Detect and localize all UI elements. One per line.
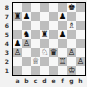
file-label-b: b xyxy=(22,76,31,86)
square-g7[interactable] xyxy=(67,12,76,21)
square-d4[interactable] xyxy=(40,39,49,48)
square-h5[interactable] xyxy=(76,30,85,39)
file-label-f: f xyxy=(58,76,67,86)
piece-black-king: ♚ xyxy=(68,3,76,12)
rank-label-3: 3 xyxy=(0,48,11,57)
chess-board: ♚♜♟♟♗♞♜♟♟♙♙♘♛♙♕♖♙♔ xyxy=(13,3,85,75)
square-h1[interactable] xyxy=(76,66,85,75)
square-h8[interactable] xyxy=(76,3,85,12)
file-label-g: g xyxy=(67,76,76,86)
piece-black-rook: ♜ xyxy=(41,30,49,39)
piece-white-rook: ♖ xyxy=(59,57,67,66)
square-e6[interactable] xyxy=(49,21,58,30)
square-c8[interactable] xyxy=(31,3,40,12)
square-a1[interactable] xyxy=(13,66,22,75)
square-e8[interactable] xyxy=(49,3,58,12)
square-g1[interactable]: ♔ xyxy=(67,66,76,75)
piece-white-queen: ♕ xyxy=(32,57,40,66)
square-d3[interactable]: ♘ xyxy=(40,48,49,57)
file-label-d: d xyxy=(40,76,49,86)
piece-white-pawn: ♙ xyxy=(68,48,76,57)
file-label-h: h xyxy=(76,76,85,86)
rank-label-2: 2 xyxy=(0,57,11,66)
piece-black-pawn: ♟ xyxy=(14,39,22,48)
square-d6[interactable] xyxy=(40,21,49,30)
square-b6[interactable] xyxy=(22,21,31,30)
square-h7[interactable] xyxy=(76,12,85,21)
rank-label-7: 7 xyxy=(0,12,11,21)
rank-labels: 87654321 xyxy=(0,3,11,75)
square-a6[interactable] xyxy=(13,21,22,30)
square-b1[interactable] xyxy=(22,66,31,75)
square-g4[interactable] xyxy=(67,39,76,48)
square-c2[interactable]: ♕ xyxy=(31,57,40,66)
square-e5[interactable] xyxy=(49,30,58,39)
square-e3[interactable]: ♛ xyxy=(49,48,58,57)
square-g3[interactable]: ♙ xyxy=(67,48,76,57)
piece-black-pawn: ♟ xyxy=(23,12,31,21)
square-c4[interactable] xyxy=(31,39,40,48)
square-b4[interactable]: ♙ xyxy=(22,39,31,48)
square-g6[interactable]: ♗ xyxy=(67,21,76,30)
piece-black-knight: ♞ xyxy=(23,30,31,39)
file-label-e: e xyxy=(49,76,58,86)
square-f4[interactable] xyxy=(58,39,67,48)
square-h6[interactable] xyxy=(76,21,85,30)
square-h3[interactable] xyxy=(76,48,85,57)
square-c3[interactable] xyxy=(31,48,40,57)
square-f5[interactable]: ♟ xyxy=(58,30,67,39)
file-labels: abcdefgh xyxy=(13,76,85,86)
square-e2[interactable] xyxy=(49,57,58,66)
square-b7[interactable]: ♟ xyxy=(22,12,31,21)
piece-white-pawn: ♙ xyxy=(77,57,85,66)
square-g5[interactable] xyxy=(67,30,76,39)
square-e7[interactable] xyxy=(49,12,58,21)
chess-diagram: 87654321 ♚♜♟♟♗♞♜♟♟♙♙♘♛♙♕♖♙♔ abcdefgh xyxy=(0,0,87,87)
piece-black-pawn: ♟ xyxy=(59,30,67,39)
square-f6[interactable] xyxy=(58,21,67,30)
rank-label-1: 1 xyxy=(0,66,11,75)
square-c1[interactable] xyxy=(31,66,40,75)
piece-white-bishop: ♗ xyxy=(68,21,76,30)
square-g2[interactable] xyxy=(67,57,76,66)
square-b8[interactable] xyxy=(22,3,31,12)
square-h4[interactable] xyxy=(76,39,85,48)
square-a7[interactable]: ♜ xyxy=(13,12,22,21)
square-d2[interactable] xyxy=(40,57,49,66)
square-c7[interactable] xyxy=(31,12,40,21)
square-b5[interactable]: ♞ xyxy=(22,30,31,39)
square-f3[interactable] xyxy=(58,48,67,57)
square-b2[interactable] xyxy=(22,57,31,66)
square-b3[interactable] xyxy=(22,48,31,57)
square-a3[interactable]: ♙ xyxy=(13,48,22,57)
square-c6[interactable] xyxy=(31,21,40,30)
square-f1[interactable] xyxy=(58,66,67,75)
rank-label-5: 5 xyxy=(0,30,11,39)
rank-label-4: 4 xyxy=(0,39,11,48)
square-g8[interactable]: ♚ xyxy=(67,3,76,12)
rank-label-8: 8 xyxy=(0,3,11,12)
piece-black-queen: ♛ xyxy=(50,48,58,57)
square-a8[interactable] xyxy=(13,3,22,12)
piece-black-rook: ♜ xyxy=(14,12,22,21)
square-a5[interactable] xyxy=(13,30,22,39)
square-c5[interactable] xyxy=(31,30,40,39)
rank-label-6: 6 xyxy=(0,21,11,30)
square-f2[interactable]: ♖ xyxy=(58,57,67,66)
file-label-c: c xyxy=(31,76,40,86)
square-f7[interactable]: ♟ xyxy=(58,12,67,21)
square-e1[interactable] xyxy=(49,66,58,75)
square-d8[interactable] xyxy=(40,3,49,12)
piece-white-king: ♔ xyxy=(68,66,76,75)
piece-white-pawn: ♙ xyxy=(23,39,31,48)
board-frame: ♚♜♟♟♗♞♜♟♟♙♙♘♛♙♕♖♙♔ xyxy=(12,2,86,76)
piece-white-knight: ♘ xyxy=(41,48,49,57)
square-d7[interactable] xyxy=(40,12,49,21)
piece-white-pawn: ♙ xyxy=(14,48,22,57)
file-label-a: a xyxy=(13,76,22,86)
piece-black-pawn: ♟ xyxy=(59,12,67,21)
square-e4[interactable] xyxy=(49,39,58,48)
square-a2[interactable] xyxy=(13,57,22,66)
square-d1[interactable] xyxy=(40,66,49,75)
square-f8[interactable] xyxy=(58,3,67,12)
square-a4[interactable]: ♟ xyxy=(13,39,22,48)
square-h2[interactable]: ♙ xyxy=(76,57,85,66)
square-d5[interactable]: ♜ xyxy=(40,30,49,39)
